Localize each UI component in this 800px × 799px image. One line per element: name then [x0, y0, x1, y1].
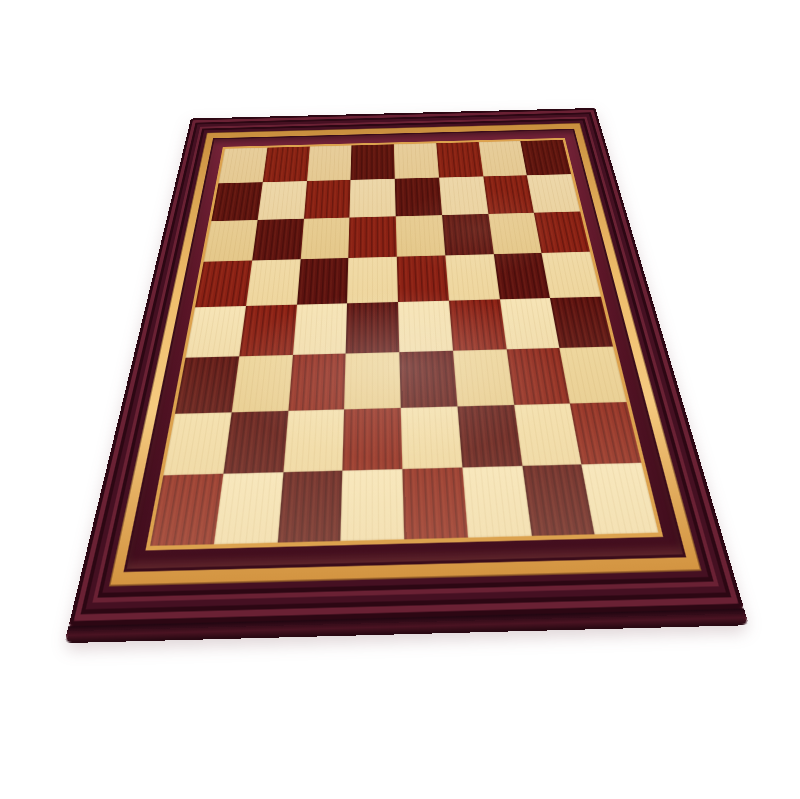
square-c5[interactable]	[297, 258, 349, 304]
square-c6[interactable]	[300, 217, 349, 259]
square-d6[interactable]	[349, 216, 397, 258]
square-a2[interactable]	[163, 412, 231, 476]
square-f6[interactable]	[442, 214, 494, 256]
square-b3[interactable]	[232, 355, 293, 412]
square-f3[interactable]	[453, 349, 514, 406]
square-c3[interactable]	[288, 353, 346, 410]
square-d3[interactable]	[344, 352, 400, 409]
square-f5[interactable]	[445, 254, 499, 300]
photo-canvas	[0, 0, 800, 799]
square-g6[interactable]	[488, 212, 542, 254]
square-a7[interactable]	[211, 182, 262, 221]
square-d5[interactable]	[347, 257, 398, 303]
square-d4[interactable]	[346, 302, 399, 353]
square-g5[interactable]	[493, 253, 550, 299]
square-b1[interactable]	[214, 473, 283, 545]
square-a8[interactable]	[218, 148, 267, 184]
square-g4[interactable]	[499, 298, 559, 349]
square-e2[interactable]	[401, 406, 462, 470]
square-c8[interactable]	[307, 145, 352, 180]
square-c4[interactable]	[292, 303, 347, 354]
square-a4[interactable]	[186, 306, 246, 357]
square-g8[interactable]	[478, 141, 527, 176]
square-a1[interactable]	[150, 474, 223, 546]
square-e7[interactable]	[395, 177, 442, 216]
square-d8[interactable]	[351, 144, 395, 179]
square-e8[interactable]	[394, 143, 439, 178]
board-scene	[138, 42, 657, 561]
square-c7[interactable]	[304, 180, 351, 219]
square-d1[interactable]	[341, 469, 405, 541]
square-f8[interactable]	[436, 142, 483, 177]
square-e6[interactable]	[396, 215, 445, 257]
square-f2[interactable]	[457, 404, 522, 467]
square-d7[interactable]	[350, 179, 396, 218]
square-e5[interactable]	[397, 256, 449, 302]
square-e3[interactable]	[399, 350, 457, 407]
square-h7[interactable]	[527, 174, 580, 212]
square-h6[interactable]	[534, 211, 590, 253]
square-c1[interactable]	[277, 471, 342, 543]
board-shadow	[0, 0, 800, 799]
square-b5[interactable]	[246, 259, 300, 306]
square-a5[interactable]	[195, 261, 252, 308]
square-f1[interactable]	[462, 466, 531, 537]
square-b7[interactable]	[257, 181, 306, 220]
square-c2[interactable]	[283, 409, 344, 473]
square-e4[interactable]	[398, 301, 453, 352]
square-h8[interactable]	[521, 140, 572, 175]
square-b4[interactable]	[239, 305, 297, 356]
square-a3[interactable]	[175, 356, 239, 413]
chess-board	[69, 108, 744, 626]
square-b6[interactable]	[252, 218, 304, 260]
square-f7[interactable]	[439, 176, 488, 214]
square-b8[interactable]	[263, 147, 310, 182]
square-e1[interactable]	[402, 468, 467, 539]
square-g7[interactable]	[483, 175, 534, 213]
square-d2[interactable]	[343, 407, 403, 471]
square-b2[interactable]	[223, 410, 288, 474]
square-f4[interactable]	[449, 299, 506, 350]
square-a6[interactable]	[204, 220, 258, 262]
